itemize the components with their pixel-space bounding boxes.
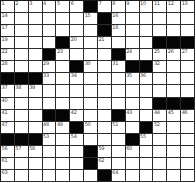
cell-r8c9[interactable] [112,85,126,97]
cell-r8c12[interactable] [153,85,167,97]
cell-r4c4[interactable] [43,37,57,49]
cell-r8c10[interactable] [126,85,140,97]
clue-number-33: 33 [43,73,49,78]
black-cell-r6c6 [70,61,84,73]
clue-number-3: 3 [29,1,32,6]
cell-r6c8[interactable] [98,61,112,73]
cell-r14c12[interactable] [153,158,167,170]
cell-r1c13[interactable]: 12 [167,1,181,13]
cell-r13c6[interactable] [70,146,84,158]
cell-r7c11[interactable]: 36 [140,73,154,85]
cell-r11c4[interactable]: 48 [43,122,57,134]
cell-r12c12[interactable] [153,134,167,146]
cell-r12c5[interactable] [56,134,70,146]
clue-number-28: 28 [2,61,8,66]
black-cell-r9c13 [167,98,181,110]
clue-number-15: 15 [85,13,91,18]
cell-r5c3[interactable] [29,49,43,61]
cell-r15c6[interactable] [70,170,84,182]
cell-r3c13[interactable] [167,25,181,37]
clue-number-13: 13 [182,1,188,6]
black-cell-r2c8 [98,13,112,25]
cell-r1c4[interactable]: 4 [43,1,57,13]
clue-number-44: 44 [154,110,160,115]
cell-r15c2[interactable] [15,170,29,182]
cell-r8c13[interactable] [167,85,181,97]
black-cell-r5c9 [112,49,126,61]
cell-r10c7[interactable] [84,110,98,122]
black-cell-r3c8 [98,25,112,37]
cell-r2c9[interactable]: 16 [112,13,126,25]
cell-r12c14[interactable] [181,134,195,146]
cell-r4c1[interactable]: 19 [1,37,15,49]
black-cell-r7c2 [15,73,29,85]
cell-r5c10[interactable]: 24 [126,49,140,61]
cell-r5c5[interactable]: 23 [56,49,70,61]
cell-r13c2[interactable]: 57 [15,146,29,158]
cell-r5c2[interactable] [15,49,29,61]
cell-r2c7[interactable]: 15 [84,13,98,25]
cell-r15c4[interactable] [43,170,57,182]
cell-r12c13[interactable] [167,134,181,146]
cell-r13c1[interactable]: 56 [1,146,15,158]
black-cell-r12c2 [15,134,29,146]
cell-r15c14[interactable] [181,170,195,182]
clue-number-45: 45 [168,110,174,115]
cell-r7c5[interactable] [56,73,70,85]
clue-number-57: 57 [15,146,21,151]
cell-r10c8[interactable] [98,110,112,122]
cell-r4c9[interactable] [112,37,126,49]
cell-r6c9[interactable]: 31 [112,61,126,73]
cell-r11c8[interactable] [98,122,112,134]
black-cell-r9c12 [153,98,167,110]
clue-number-39: 39 [29,85,35,90]
clue-number-34: 34 [71,73,77,78]
clue-number-30: 30 [85,61,91,66]
clue-number-61: 61 [2,158,8,163]
cell-r10c12[interactable]: 44 [153,110,167,122]
cell-r6c1[interactable]: 28 [1,61,15,73]
cell-r13c4[interactable] [43,146,57,158]
cell-r9c7[interactable] [84,98,98,110]
cell-r13c12[interactable] [153,146,167,158]
cell-r14c2[interactable] [15,158,29,170]
clue-number-19: 19 [2,37,8,42]
cell-r1c6[interactable]: 6 [70,1,84,13]
black-cell-r14c7 [84,158,98,170]
clue-number-59: 59 [98,146,104,151]
cell-r8c3[interactable]: 39 [29,85,43,97]
cell-r9c2[interactable] [15,98,29,110]
clue-number-31: 31 [112,61,118,66]
cell-r4c10[interactable] [126,37,140,49]
cell-r5c11[interactable] [140,49,154,61]
clue-number-22: 22 [2,49,8,54]
cell-r2c5[interactable] [56,13,70,25]
clue-number-7: 7 [98,1,101,6]
cell-r11c1[interactable]: 47 [1,122,15,134]
cell-r14c11[interactable] [140,158,154,170]
cell-r5c14[interactable]: 27 [181,49,195,61]
clue-number-60: 60 [126,146,132,151]
cell-r3c6[interactable] [70,25,84,37]
cell-r14c10[interactable] [126,158,140,170]
clue-number-47: 47 [2,122,8,127]
cell-r9c9[interactable] [112,98,126,110]
cell-r13c3[interactable]: 58 [29,146,43,158]
cell-r9c5[interactable] [56,98,70,110]
cell-r14c9[interactable] [112,158,126,170]
cell-r15c12[interactable] [153,170,167,182]
cell-r12c7[interactable] [84,134,98,146]
cell-r2c4[interactable] [43,13,57,25]
black-cell-r4c5 [56,37,70,49]
cell-r5c8[interactable] [98,49,112,61]
cell-r3c11[interactable] [140,25,154,37]
cell-r11c7[interactable]: 50 [84,122,98,134]
cell-r8c4[interactable] [43,85,57,97]
clue-number-26: 26 [168,49,174,54]
black-cell-r12c1 [1,134,15,146]
cell-r4c11[interactable] [140,37,154,49]
cell-r2c6[interactable] [70,13,84,25]
clue-number-49: 49 [57,122,63,127]
cell-r2c11[interactable] [140,13,154,25]
cell-r14c4[interactable] [43,158,57,170]
cell-r2c3[interactable] [29,13,43,25]
cell-r3c10[interactable] [126,25,140,37]
clue-number-40: 40 [2,98,8,103]
clue-number-27: 27 [182,49,188,54]
cell-r9c4[interactable] [43,98,57,110]
clue-number-9: 9 [126,1,129,6]
black-cell-r7c3 [29,73,43,85]
cell-r6c2[interactable] [15,61,29,73]
cell-r4c3[interactable] [29,37,43,49]
cell-r8c2[interactable]: 38 [15,85,29,97]
clue-number-16: 16 [112,13,118,18]
cell-r12c11[interactable]: 55 [140,134,154,146]
cell-r15c7[interactable] [84,170,98,182]
cell-r11c3[interactable] [29,122,43,134]
cell-r10c1[interactable]: 41 [1,110,15,122]
cell-r11c13[interactable] [167,122,181,134]
black-cell-r13c7 [84,146,98,158]
clue-number-51: 51 [112,122,118,127]
cell-r3c3[interactable] [29,25,43,37]
cell-r14c8[interactable]: 62 [98,158,112,170]
cell-r8c14[interactable] [181,85,195,97]
cell-r6c12[interactable]: 32 [153,61,167,73]
clue-number-35: 35 [126,73,132,78]
cell-r14c3[interactable] [29,158,43,170]
clue-number-41: 41 [2,110,8,115]
black-cell-r11c11 [140,122,154,134]
clue-number-64: 64 [112,170,118,175]
cell-r12c6[interactable]: 54 [70,134,84,146]
cell-r11c12[interactable]: 52 [153,122,167,134]
cell-r15c10[interactable] [126,170,140,182]
cell-r14c14[interactable] [181,158,195,170]
cell-r13c9[interactable] [112,146,126,158]
clue-number-42: 42 [71,110,77,115]
cell-r11c9[interactable]: 51 [112,122,126,134]
black-cell-r12c3 [29,134,43,146]
black-cell-r15c8 [98,170,112,182]
cell-r5c1[interactable]: 22 [1,49,15,61]
cell-r6c7[interactable]: 30 [84,61,98,73]
cell-r10c11[interactable] [140,110,154,122]
cell-r9c11[interactable] [140,98,154,110]
cell-r10c13[interactable]: 45 [167,110,181,122]
clue-number-53: 53 [43,134,49,139]
cell-r5c12[interactable]: 25 [153,49,167,61]
clue-number-5: 5 [57,1,60,6]
cell-r8c6[interactable] [70,85,84,97]
cell-r15c9[interactable]: 64 [112,170,126,182]
clue-number-58: 58 [29,146,35,151]
clue-number-1: 1 [2,1,5,6]
cell-r1c3[interactable]: 3 [29,1,43,13]
cell-r6c3[interactable] [29,61,43,73]
black-cell-r7c1 [1,73,15,85]
cell-r15c1[interactable]: 63 [1,170,15,182]
clue-number-6: 6 [71,1,74,6]
cell-r5c6[interactable] [70,49,84,61]
clue-number-17: 17 [2,25,8,30]
cell-r10c14[interactable]: 46 [181,110,195,122]
cell-r1c9[interactable]: 8 [112,1,126,13]
clue-number-21: 21 [98,37,104,42]
clue-number-12: 12 [168,1,174,6]
cell-r4c8[interactable]: 21 [98,37,112,49]
cell-r7c4[interactable]: 33 [43,73,57,85]
cell-r3c9[interactable]: 18 [112,25,126,37]
black-cell-r4c13 [167,37,181,49]
black-cell-r4c14 [181,37,195,49]
clue-number-8: 8 [112,1,115,6]
black-cell-r6c11 [140,61,154,73]
black-cell-r10c4 [43,110,57,122]
cell-r1c10[interactable]: 9 [126,1,140,13]
cell-r1c11[interactable]: 10 [140,1,154,13]
clue-number-55: 55 [140,134,146,139]
cell-r6c13[interactable] [167,61,181,73]
cell-r5c13[interactable]: 26 [167,49,181,61]
cell-r3c5[interactable] [56,25,70,37]
cell-r13c10[interactable]: 60 [126,146,140,158]
cell-r3c2[interactable] [15,25,29,37]
clue-number-11: 11 [154,1,160,6]
cell-r15c3[interactable] [29,170,43,182]
cell-r7c6[interactable]: 34 [70,73,84,85]
cell-r2c2[interactable] [15,13,29,25]
cell-r5c7[interactable] [84,49,98,61]
clue-number-36: 36 [140,73,146,78]
cell-r2c1[interactable]: 14 [1,13,15,25]
cell-r1c14[interactable]: 13 [181,1,195,13]
cell-r3c12[interactable] [153,25,167,37]
cell-r4c2[interactable] [15,37,29,49]
clue-number-2: 2 [15,1,18,6]
cell-r8c11[interactable] [140,85,154,97]
cell-r11c14[interactable] [181,122,195,134]
black-cell-r9c14 [181,98,195,110]
cell-r6c4[interactable]: 29 [43,61,57,73]
clue-number-54: 54 [71,134,77,139]
clue-number-37: 37 [2,85,8,90]
clue-number-32: 32 [154,61,160,66]
cell-r7c14[interactable] [181,73,195,85]
cell-r10c2[interactable] [15,110,29,122]
cell-r9c3[interactable] [29,98,43,110]
crossword-grid: 1234567891011121314151617181920212223242… [0,0,195,182]
cell-r14c5[interactable] [56,158,70,170]
clue-number-14: 14 [2,13,8,18]
cell-r1c5[interactable]: 5 [56,1,70,13]
cell-r3c4[interactable] [43,25,57,37]
cell-r1c12[interactable]: 11 [153,1,167,13]
cell-r7c13[interactable] [167,73,181,85]
clue-number-20: 20 [71,37,77,42]
clue-number-10: 10 [140,1,146,6]
cell-r12c4[interactable]: 53 [43,134,57,146]
cell-r1c2[interactable]: 2 [15,1,29,13]
cell-r7c9[interactable] [112,73,126,85]
cell-r8c5[interactable] [56,85,70,97]
cell-r9c8[interactable] [98,98,112,110]
black-cell-r12c10 [126,134,140,146]
clue-number-46: 46 [182,110,188,115]
clue-number-38: 38 [15,85,21,90]
cell-r15c13[interactable] [167,170,181,182]
clue-number-52: 52 [154,122,160,127]
clue-number-29: 29 [43,61,49,66]
cell-r1c1[interactable]: 1 [1,1,15,13]
cell-r11c5[interactable]: 49 [56,122,70,134]
cell-r15c5[interactable] [56,170,70,182]
clue-number-62: 62 [98,158,104,163]
cell-r3c1[interactable]: 17 [1,25,15,37]
black-cell-r5c4 [43,49,57,61]
cell-r8c8[interactable] [98,85,112,97]
clue-number-24: 24 [126,49,132,54]
cell-r3c14[interactable] [181,25,195,37]
cell-r7c7[interactable] [84,73,98,85]
black-cell-r10c9 [112,110,126,122]
black-cell-r11c6 [70,122,84,134]
cell-r4c7[interactable] [84,37,98,49]
cell-r8c1[interactable]: 37 [1,85,15,97]
black-cell-r6c10 [126,61,140,73]
clue-number-18: 18 [112,25,118,30]
cell-r7c8[interactable] [98,73,112,85]
cell-r4c6[interactable]: 20 [70,37,84,49]
cell-r9c1[interactable]: 40 [1,98,15,110]
cell-r2c13[interactable] [167,13,181,25]
clue-number-25: 25 [154,49,160,54]
clue-number-43: 43 [126,110,132,115]
cell-r13c11[interactable] [140,146,154,158]
cell-r7c10[interactable]: 35 [126,73,140,85]
cell-r12c8[interactable] [98,134,112,146]
clue-number-50: 50 [85,122,91,127]
cell-r11c10[interactable] [126,122,140,134]
clue-number-23: 23 [57,49,63,54]
cell-r13c8[interactable]: 59 [98,146,112,158]
black-cell-r4c12 [153,37,167,49]
cell-r14c6[interactable] [70,158,84,170]
cell-r14c13[interactable] [167,158,181,170]
cell-r10c6[interactable]: 42 [70,110,84,122]
cell-r13c14[interactable] [181,146,195,158]
cell-r14c1[interactable]: 61 [1,158,15,170]
cell-r9c6[interactable] [70,98,84,110]
cell-r2c10[interactable] [126,13,140,25]
cell-r2c14[interactable] [181,13,195,25]
cell-r13c13[interactable] [167,146,181,158]
cell-r1c8[interactable]: 7 [98,1,112,13]
black-cell-r10c5 [56,110,70,122]
clue-number-56: 56 [2,146,8,151]
cell-r6c5[interactable] [56,61,70,73]
cell-r13c5[interactable] [56,146,70,158]
cell-r2c12[interactable] [153,13,167,25]
clue-number-48: 48 [43,122,49,127]
cell-r9c10[interactable] [126,98,140,110]
clue-number-63: 63 [2,170,8,175]
cell-r8c7[interactable] [84,85,98,97]
cell-r11c2[interactable] [15,122,29,134]
cell-r10c3[interactable] [29,110,43,122]
cell-r15c11[interactable] [140,170,154,182]
cell-r6c14[interactable] [181,61,195,73]
black-cell-r1c7 [84,1,98,13]
cell-r10c10[interactable]: 43 [126,110,140,122]
cell-r12c9[interactable] [112,134,126,146]
cell-r7c12[interactable] [153,73,167,85]
cell-r3c7[interactable] [84,25,98,37]
clue-number-4: 4 [43,1,46,6]
